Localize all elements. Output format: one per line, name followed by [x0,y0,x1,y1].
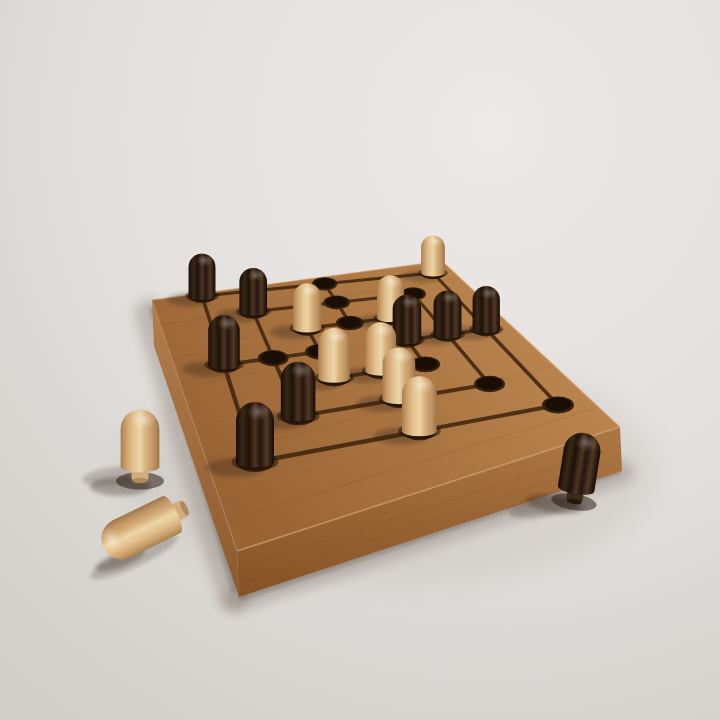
morris-board-photo [0,0,720,720]
photo-scene [0,0,720,720]
point-f2[interactable] [474,376,505,392]
point-g1[interactable] [542,397,574,414]
point-b4[interactable] [258,350,289,366]
point-d6[interactable] [323,295,349,309]
